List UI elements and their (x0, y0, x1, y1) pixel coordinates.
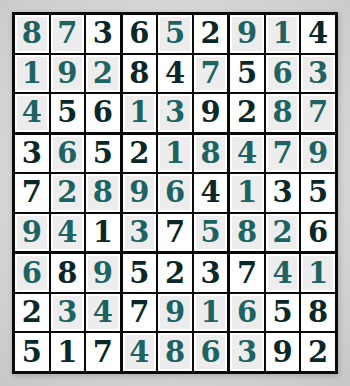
cell-r4c7[interactable]: 4 (230, 135, 264, 173)
sudoku-box-7: 689234517 (15, 254, 120, 371)
cell-r7c6[interactable]: 3 (194, 254, 228, 292)
cell-r9c6[interactable]: 6 (194, 333, 228, 371)
cell-r1c2[interactable]: 7 (51, 15, 85, 53)
cell-r4c2[interactable]: 6 (51, 135, 85, 173)
sudoku-box-3: 914563287 (230, 15, 335, 132)
cell-r9c1[interactable]: 5 (15, 333, 49, 371)
cell-r8c2[interactable]: 3 (51, 294, 85, 332)
cell-r6c3[interactable]: 1 (86, 214, 120, 252)
cell-r4c4[interactable]: 2 (123, 135, 157, 173)
cell-r3c8[interactable]: 8 (266, 94, 300, 132)
cell-r6c6[interactable]: 5 (194, 214, 228, 252)
cell-r6c4[interactable]: 3 (123, 214, 157, 252)
cell-r2c7[interactable]: 5 (230, 55, 264, 93)
cell-r3c4[interactable]: 1 (123, 94, 157, 132)
cell-r9c3[interactable]: 7 (86, 333, 120, 371)
cell-r7c4[interactable]: 5 (123, 254, 157, 292)
cell-r6c9[interactable]: 6 (301, 214, 335, 252)
cell-r6c8[interactable]: 2 (266, 214, 300, 252)
cell-r4c6[interactable]: 8 (194, 135, 228, 173)
cell-r2c8[interactable]: 6 (266, 55, 300, 93)
cell-r7c9[interactable]: 1 (301, 254, 335, 292)
page-background: 8731924566528471399145632873657289412189… (0, 0, 350, 386)
cell-r8c8[interactable]: 5 (266, 294, 300, 332)
cell-r7c7[interactable]: 7 (230, 254, 264, 292)
cell-r1c1[interactable]: 8 (15, 15, 49, 53)
cell-r3c6[interactable]: 9 (194, 94, 228, 132)
cell-r7c2[interactable]: 8 (51, 254, 85, 292)
cell-r5c3[interactable]: 8 (86, 174, 120, 212)
cell-r1c8[interactable]: 1 (266, 15, 300, 53)
sudoku-box-2: 652847139 (123, 15, 228, 132)
cell-r2c3[interactable]: 2 (86, 55, 120, 93)
cell-r8c1[interactable]: 2 (15, 294, 49, 332)
cell-r2c5[interactable]: 4 (158, 55, 192, 93)
cell-r9c9[interactable]: 2 (301, 333, 335, 371)
cell-r8c9[interactable]: 8 (301, 294, 335, 332)
cell-r2c6[interactable]: 7 (194, 55, 228, 93)
sudoku-box-5: 218964375 (123, 135, 228, 252)
cell-r6c1[interactable]: 9 (15, 214, 49, 252)
cell-r5c5[interactable]: 6 (158, 174, 192, 212)
cell-r6c7[interactable]: 8 (230, 214, 264, 252)
cell-r6c5[interactable]: 7 (158, 214, 192, 252)
cell-r2c9[interactable]: 3 (301, 55, 335, 93)
cell-r2c4[interactable]: 8 (123, 55, 157, 93)
cell-r8c6[interactable]: 1 (194, 294, 228, 332)
cell-r4c9[interactable]: 9 (301, 135, 335, 173)
cell-r5c8[interactable]: 3 (266, 174, 300, 212)
cell-r5c1[interactable]: 7 (15, 174, 49, 212)
sudoku-box-6: 479135826 (230, 135, 335, 252)
cell-r9c5[interactable]: 8 (158, 333, 192, 371)
cell-r5c6[interactable]: 4 (194, 174, 228, 212)
sudoku-box-4: 365728941 (15, 135, 120, 252)
cell-r7c1[interactable]: 6 (15, 254, 49, 292)
cell-r1c7[interactable]: 9 (230, 15, 264, 53)
cell-r4c1[interactable]: 3 (15, 135, 49, 173)
sudoku-box-8: 523791486 (123, 254, 228, 371)
cell-r8c3[interactable]: 4 (86, 294, 120, 332)
cell-r3c9[interactable]: 7 (301, 94, 335, 132)
cell-r8c7[interactable]: 6 (230, 294, 264, 332)
cell-r1c9[interactable]: 4 (301, 15, 335, 53)
cell-r3c1[interactable]: 4 (15, 94, 49, 132)
cell-r5c4[interactable]: 9 (123, 174, 157, 212)
cell-r6c2[interactable]: 4 (51, 214, 85, 252)
cell-r9c8[interactable]: 9 (266, 333, 300, 371)
cell-r9c4[interactable]: 4 (123, 333, 157, 371)
cell-r5c2[interactable]: 2 (51, 174, 85, 212)
cell-r3c7[interactable]: 2 (230, 94, 264, 132)
cell-r1c4[interactable]: 6 (123, 15, 157, 53)
sudoku-box-1: 873192456 (15, 15, 120, 132)
cell-r7c3[interactable]: 9 (86, 254, 120, 292)
cell-r8c4[interactable]: 7 (123, 294, 157, 332)
cell-r4c5[interactable]: 1 (158, 135, 192, 173)
cell-r8c5[interactable]: 9 (158, 294, 192, 332)
cell-r9c2[interactable]: 1 (51, 333, 85, 371)
cell-r4c8[interactable]: 7 (266, 135, 300, 173)
cell-r7c8[interactable]: 4 (266, 254, 300, 292)
cell-r9c7[interactable]: 3 (230, 333, 264, 371)
sudoku-box-9: 741658392 (230, 254, 335, 371)
cell-r4c3[interactable]: 5 (86, 135, 120, 173)
sudoku-board: 8731924566528471399145632873657289412189… (12, 12, 338, 374)
cell-r5c7[interactable]: 1 (230, 174, 264, 212)
cell-r5c9[interactable]: 5 (301, 174, 335, 212)
cell-r3c2[interactable]: 5 (51, 94, 85, 132)
cell-r1c3[interactable]: 3 (86, 15, 120, 53)
cell-r1c5[interactable]: 5 (158, 15, 192, 53)
cell-r2c2[interactable]: 9 (51, 55, 85, 93)
cell-r2c1[interactable]: 1 (15, 55, 49, 93)
cell-r3c3[interactable]: 6 (86, 94, 120, 132)
cell-r1c6[interactable]: 2 (194, 15, 228, 53)
cell-r7c5[interactable]: 2 (158, 254, 192, 292)
cell-r3c5[interactable]: 3 (158, 94, 192, 132)
